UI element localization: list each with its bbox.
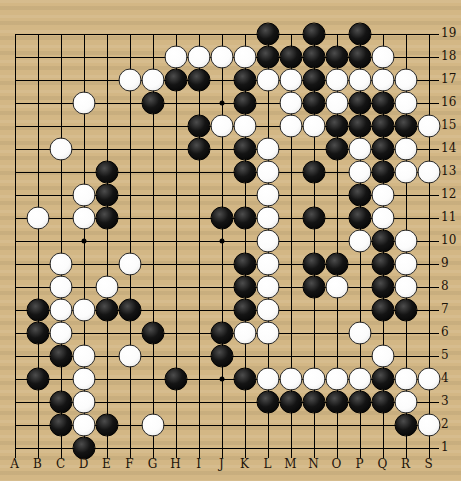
white-stone-J15[interactable] xyxy=(210,114,233,137)
black-stone-F7[interactable] xyxy=(118,298,141,321)
white-stone-F9[interactable] xyxy=(118,252,141,275)
row-label-2: 2 xyxy=(441,413,461,436)
black-stone-K8[interactable] xyxy=(233,275,256,298)
black-stone-I17[interactable] xyxy=(187,68,210,91)
white-stone-R4[interactable] xyxy=(394,367,417,390)
row-label-19: 19 xyxy=(441,22,461,45)
black-stone-P15[interactable] xyxy=(348,114,371,137)
black-stone-Q7[interactable] xyxy=(371,298,394,321)
black-stone-N8[interactable] xyxy=(302,275,325,298)
white-stone-C14[interactable] xyxy=(49,137,72,160)
white-stone-N4[interactable] xyxy=(302,367,325,390)
row-label-16: 16 xyxy=(441,91,461,114)
white-stone-P14[interactable] xyxy=(348,137,371,160)
white-stone-F5[interactable] xyxy=(118,344,141,367)
black-stone-M18[interactable] xyxy=(279,45,302,68)
white-stone-K18[interactable] xyxy=(233,45,256,68)
white-stone-L14[interactable] xyxy=(256,137,279,160)
white-stone-C7[interactable] xyxy=(49,298,72,321)
grid-line xyxy=(38,34,39,458)
black-stone-P19[interactable] xyxy=(348,22,371,45)
white-stone-Q5[interactable] xyxy=(371,344,394,367)
white-stone-K15[interactable] xyxy=(233,114,256,137)
white-stone-D7[interactable] xyxy=(72,298,95,321)
white-stone-D3[interactable] xyxy=(72,390,95,413)
black-stone-P12[interactable] xyxy=(348,183,371,206)
row-label-10: 10 xyxy=(441,229,461,252)
white-stone-L7[interactable] xyxy=(256,298,279,321)
white-stone-L11[interactable] xyxy=(256,206,279,229)
black-stone-R15[interactable] xyxy=(394,114,417,137)
black-stone-Q3[interactable] xyxy=(371,390,394,413)
white-stone-R17[interactable] xyxy=(394,68,417,91)
black-stone-Q13[interactable] xyxy=(371,160,394,183)
column-label-H: H xyxy=(164,457,187,471)
white-stone-D11[interactable] xyxy=(72,206,95,229)
column-label-D: D xyxy=(72,457,95,471)
grid-line xyxy=(130,34,131,458)
black-stone-Q14[interactable] xyxy=(371,137,394,160)
black-stone-E11[interactable] xyxy=(95,206,118,229)
black-stone-J11[interactable] xyxy=(210,206,233,229)
row-label-9: 9 xyxy=(441,252,461,275)
black-stone-L19[interactable] xyxy=(256,22,279,45)
white-stone-H18[interactable] xyxy=(164,45,187,68)
grid-line xyxy=(176,34,177,458)
black-stone-K4[interactable] xyxy=(233,367,256,390)
white-stone-O4[interactable] xyxy=(325,367,348,390)
white-stone-L9[interactable] xyxy=(256,252,279,275)
column-label-Q: Q xyxy=(371,457,394,471)
star-point xyxy=(219,376,224,381)
black-stone-N11[interactable] xyxy=(302,206,325,229)
black-stone-N18[interactable] xyxy=(302,45,325,68)
white-stone-D12[interactable] xyxy=(72,183,95,206)
white-stone-C9[interactable] xyxy=(49,252,72,275)
grid-line xyxy=(429,34,430,458)
black-stone-G6[interactable] xyxy=(141,321,164,344)
white-stone-G17[interactable] xyxy=(141,68,164,91)
white-stone-L8[interactable] xyxy=(256,275,279,298)
black-stone-Q4[interactable] xyxy=(371,367,394,390)
black-stone-K7[interactable] xyxy=(233,298,256,321)
black-stone-E7[interactable] xyxy=(95,298,118,321)
white-stone-S4[interactable] xyxy=(417,367,440,390)
black-stone-C5[interactable] xyxy=(49,344,72,367)
white-stone-Q11[interactable] xyxy=(371,206,394,229)
white-stone-C6[interactable] xyxy=(49,321,72,344)
black-stone-P3[interactable] xyxy=(348,390,371,413)
black-stone-L3[interactable] xyxy=(256,390,279,413)
white-stone-G2[interactable] xyxy=(141,413,164,436)
black-stone-Q15[interactable] xyxy=(371,114,394,137)
black-stone-N19[interactable] xyxy=(302,22,325,45)
black-stone-B7[interactable] xyxy=(26,298,49,321)
white-stone-D4[interactable] xyxy=(72,367,95,390)
grid-line xyxy=(107,34,108,458)
star-point xyxy=(81,238,86,243)
white-stone-P6[interactable] xyxy=(348,321,371,344)
white-stone-L10[interactable] xyxy=(256,229,279,252)
white-stone-R16[interactable] xyxy=(394,91,417,114)
black-stone-K11[interactable] xyxy=(233,206,256,229)
white-stone-J18[interactable] xyxy=(210,45,233,68)
black-stone-J5[interactable] xyxy=(210,344,233,367)
column-label-I: I xyxy=(187,457,210,471)
column-label-L: L xyxy=(256,457,279,471)
black-stone-P18[interactable] xyxy=(348,45,371,68)
black-stone-O14[interactable] xyxy=(325,137,348,160)
row-label-15: 15 xyxy=(441,114,461,137)
column-label-S: S xyxy=(417,457,440,471)
white-stone-O8[interactable] xyxy=(325,275,348,298)
black-stone-P11[interactable] xyxy=(348,206,371,229)
black-stone-C2[interactable] xyxy=(49,413,72,436)
black-stone-E12[interactable] xyxy=(95,183,118,206)
white-stone-S15[interactable] xyxy=(417,114,440,137)
column-label-J: J xyxy=(210,457,233,471)
row-label-1: 1 xyxy=(441,436,461,459)
row-label-4: 4 xyxy=(441,367,461,390)
white-stone-D5[interactable] xyxy=(72,344,95,367)
white-stone-R9[interactable] xyxy=(394,252,417,275)
black-stone-N13[interactable] xyxy=(302,160,325,183)
white-stone-L17[interactable] xyxy=(256,68,279,91)
row-label-17: 17 xyxy=(441,68,461,91)
white-stone-M16[interactable] xyxy=(279,91,302,114)
row-label-14: 14 xyxy=(441,137,461,160)
white-stone-Q17[interactable] xyxy=(371,68,394,91)
black-stone-K13[interactable] xyxy=(233,160,256,183)
black-stone-H4[interactable] xyxy=(164,367,187,390)
column-label-N: N xyxy=(302,457,325,471)
black-stone-I14[interactable] xyxy=(187,137,210,160)
column-label-P: P xyxy=(348,457,371,471)
star-point xyxy=(219,100,224,105)
black-stone-E2[interactable] xyxy=(95,413,118,436)
white-stone-L6[interactable] xyxy=(256,321,279,344)
grid-line xyxy=(15,34,16,458)
white-stone-B11[interactable] xyxy=(26,206,49,229)
row-label-3: 3 xyxy=(441,390,461,413)
row-label-8: 8 xyxy=(441,275,461,298)
white-stone-O17[interactable] xyxy=(325,68,348,91)
column-label-B: B xyxy=(26,457,49,471)
black-stone-C3[interactable] xyxy=(49,390,72,413)
white-stone-D16[interactable] xyxy=(72,91,95,114)
black-stone-M3[interactable] xyxy=(279,390,302,413)
white-stone-D2[interactable] xyxy=(72,413,95,436)
black-stone-Q8[interactable] xyxy=(371,275,394,298)
white-stone-R8[interactable] xyxy=(394,275,417,298)
row-label-5: 5 xyxy=(441,344,461,367)
column-label-R: R xyxy=(394,457,417,471)
column-label-M: M xyxy=(279,457,302,471)
black-stone-N9[interactable] xyxy=(302,252,325,275)
white-stone-F17[interactable] xyxy=(118,68,141,91)
black-stone-K9[interactable] xyxy=(233,252,256,275)
white-stone-P4[interactable] xyxy=(348,367,371,390)
white-stone-Q18[interactable] xyxy=(371,45,394,68)
black-stone-O15[interactable] xyxy=(325,114,348,137)
black-stone-G16[interactable] xyxy=(141,91,164,114)
white-stone-R13[interactable] xyxy=(394,160,417,183)
white-stone-E8[interactable] xyxy=(95,275,118,298)
black-stone-R7[interactable] xyxy=(394,298,417,321)
white-stone-L4[interactable] xyxy=(256,367,279,390)
white-stone-P17[interactable] xyxy=(348,68,371,91)
white-stone-K6[interactable] xyxy=(233,321,256,344)
black-stone-J6[interactable] xyxy=(210,321,233,344)
white-stone-S13[interactable] xyxy=(417,160,440,183)
white-stone-M17[interactable] xyxy=(279,68,302,91)
black-stone-O9[interactable] xyxy=(325,252,348,275)
black-stone-Q16[interactable] xyxy=(371,91,394,114)
grid-line xyxy=(199,34,200,458)
column-label-O: O xyxy=(325,457,348,471)
white-stone-L12[interactable] xyxy=(256,183,279,206)
black-stone-K17[interactable] xyxy=(233,68,256,91)
row-label-7: 7 xyxy=(441,298,461,321)
black-stone-N3[interactable] xyxy=(302,390,325,413)
column-label-E: E xyxy=(95,457,118,471)
column-label-K: K xyxy=(233,457,256,471)
white-stone-R14[interactable] xyxy=(394,137,417,160)
row-label-6: 6 xyxy=(441,321,461,344)
black-stone-O3[interactable] xyxy=(325,390,348,413)
white-stone-P10[interactable] xyxy=(348,229,371,252)
row-label-18: 18 xyxy=(441,45,461,68)
white-stone-M15[interactable] xyxy=(279,114,302,137)
white-stone-R10[interactable] xyxy=(394,229,417,252)
white-stone-I18[interactable] xyxy=(187,45,210,68)
white-stone-C8[interactable] xyxy=(49,275,72,298)
black-stone-H17[interactable] xyxy=(164,68,187,91)
black-stone-Q10[interactable] xyxy=(371,229,394,252)
column-label-F: F xyxy=(118,457,141,471)
black-stone-D1[interactable] xyxy=(72,436,95,459)
black-stone-O18[interactable] xyxy=(325,45,348,68)
black-stone-N17[interactable] xyxy=(302,68,325,91)
white-stone-N15[interactable] xyxy=(302,114,325,137)
go-board-scene: ABCDEFGHIJKLMNOPQRS 19181716151413121110… xyxy=(0,0,461,481)
black-stone-B6[interactable] xyxy=(26,321,49,344)
star-point xyxy=(219,238,224,243)
row-label-12: 12 xyxy=(441,183,461,206)
white-stone-R3[interactable] xyxy=(394,390,417,413)
white-stone-Q12[interactable] xyxy=(371,183,394,206)
black-stone-K16[interactable] xyxy=(233,91,256,114)
black-stone-E13[interactable] xyxy=(95,160,118,183)
black-stone-K14[interactable] xyxy=(233,137,256,160)
black-stone-B4[interactable] xyxy=(26,367,49,390)
black-stone-P16[interactable] xyxy=(348,91,371,114)
column-label-C: C xyxy=(49,457,72,471)
row-label-13: 13 xyxy=(441,160,461,183)
black-stone-L18[interactable] xyxy=(256,45,279,68)
black-stone-I15[interactable] xyxy=(187,114,210,137)
black-stone-N16[interactable] xyxy=(302,91,325,114)
grid-line xyxy=(15,34,439,35)
row-label-11: 11 xyxy=(441,206,461,229)
white-stone-L13[interactable] xyxy=(256,160,279,183)
white-stone-P13[interactable] xyxy=(348,160,371,183)
white-stone-O16[interactable] xyxy=(325,91,348,114)
grid-line xyxy=(222,34,223,458)
black-stone-Q9[interactable] xyxy=(371,252,394,275)
white-stone-S2[interactable] xyxy=(417,413,440,436)
white-stone-M4[interactable] xyxy=(279,367,302,390)
column-label-A: A xyxy=(3,457,26,471)
column-label-G: G xyxy=(141,457,164,471)
black-stone-R2[interactable] xyxy=(394,413,417,436)
